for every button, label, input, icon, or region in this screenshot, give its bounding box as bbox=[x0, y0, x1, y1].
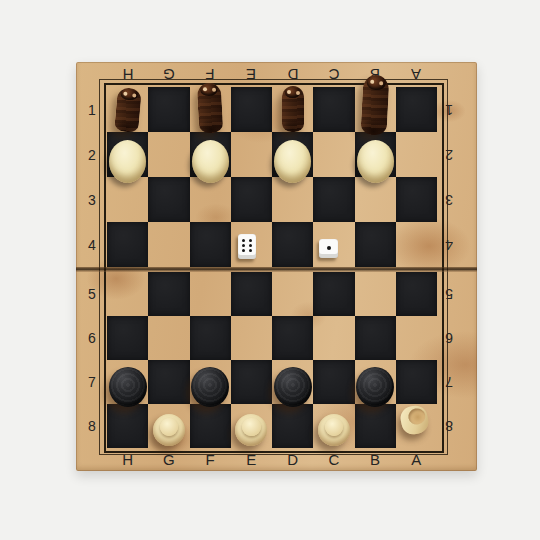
label-rank-left-2: 2 bbox=[82, 147, 102, 163]
square-f6[interactable] bbox=[190, 316, 231, 360]
square-d4[interactable] bbox=[272, 222, 313, 267]
label-rank-left-5: 5 bbox=[82, 286, 102, 302]
black-checker-h7[interactable] bbox=[109, 367, 147, 407]
label-file-bottom-h: H bbox=[118, 452, 138, 468]
die-pip bbox=[327, 246, 331, 250]
cream-wood-piece-g8[interactable] bbox=[153, 414, 185, 446]
label-rank-left-3: 3 bbox=[82, 192, 102, 208]
black-checker-f7[interactable] bbox=[191, 367, 229, 407]
label-file-top-a: A bbox=[406, 66, 426, 82]
label-file-top-c: C bbox=[324, 66, 344, 82]
die-pip bbox=[242, 244, 245, 247]
square-c7[interactable] bbox=[313, 360, 354, 404]
label-rank-right-4: 4 bbox=[439, 237, 459, 253]
square-a3[interactable] bbox=[396, 177, 437, 222]
label-rank-right-7: 7 bbox=[439, 374, 459, 390]
die-pip bbox=[242, 239, 245, 242]
cream-checker-f2[interactable] bbox=[192, 140, 229, 183]
dark-wood-piece-b1[interactable] bbox=[361, 74, 390, 135]
square-f8[interactable] bbox=[190, 404, 231, 448]
square-g2[interactable] bbox=[148, 132, 189, 177]
square-h3[interactable] bbox=[107, 177, 148, 222]
square-b8[interactable] bbox=[355, 404, 396, 448]
label-rank-right-2: 2 bbox=[439, 147, 459, 163]
square-g5[interactable] bbox=[148, 272, 189, 316]
square-e2[interactable] bbox=[231, 132, 272, 177]
square-a5[interactable] bbox=[396, 272, 437, 316]
square-c1[interactable] bbox=[313, 87, 354, 132]
game-board: HGFEDCBAHGFEDCBA1234567812345678 bbox=[76, 62, 477, 471]
label-rank-right-6: 6 bbox=[439, 330, 459, 346]
black-checker-b7[interactable] bbox=[356, 367, 394, 407]
square-b6[interactable] bbox=[355, 316, 396, 360]
label-file-top-e: E bbox=[241, 66, 261, 82]
label-file-bottom-e: E bbox=[241, 452, 261, 468]
square-c6[interactable] bbox=[313, 316, 354, 360]
label-rank-right-3: 3 bbox=[439, 192, 459, 208]
product-photo-scene: HGFEDCBAHGFEDCBA1234567812345678 bbox=[0, 0, 540, 540]
label-file-top-h: H bbox=[118, 66, 138, 82]
square-h5[interactable] bbox=[107, 272, 148, 316]
square-d5[interactable] bbox=[272, 272, 313, 316]
square-d3[interactable] bbox=[272, 177, 313, 222]
label-rank-right-8: 8 bbox=[439, 418, 459, 434]
label-file-bottom-c: C bbox=[324, 452, 344, 468]
square-g4[interactable] bbox=[148, 222, 189, 267]
cream-wood-piece-c8[interactable] bbox=[318, 414, 350, 446]
square-b5[interactable] bbox=[355, 272, 396, 316]
die-pip bbox=[249, 239, 252, 242]
label-file-top-f: F bbox=[200, 66, 220, 82]
square-a7[interactable] bbox=[396, 360, 437, 404]
square-g3[interactable] bbox=[148, 177, 189, 222]
square-g6[interactable] bbox=[148, 316, 189, 360]
cream-checker-d2[interactable] bbox=[274, 140, 311, 183]
square-a4[interactable] bbox=[396, 222, 437, 267]
square-c2[interactable] bbox=[313, 132, 354, 177]
label-file-bottom-f: F bbox=[200, 452, 220, 468]
square-a1[interactable] bbox=[396, 87, 437, 132]
square-d6[interactable] bbox=[272, 316, 313, 360]
square-a2[interactable] bbox=[396, 132, 437, 177]
square-e7[interactable] bbox=[231, 360, 272, 404]
black-checker-d7[interactable] bbox=[274, 367, 312, 407]
board-fold-seam bbox=[76, 267, 477, 272]
cream-checker-b2[interactable] bbox=[357, 140, 394, 183]
square-g7[interactable] bbox=[148, 360, 189, 404]
die-showing-1[interactable] bbox=[319, 239, 338, 258]
square-h6[interactable] bbox=[107, 316, 148, 360]
square-f3[interactable] bbox=[190, 177, 231, 222]
die-showing-6[interactable] bbox=[238, 234, 256, 259]
label-rank-left-8: 8 bbox=[82, 418, 102, 434]
square-a6[interactable] bbox=[396, 316, 437, 360]
die-pip bbox=[249, 249, 252, 252]
label-file-bottom-d: D bbox=[283, 452, 303, 468]
square-b3[interactable] bbox=[355, 177, 396, 222]
label-rank-right-1: 1 bbox=[439, 102, 459, 118]
dark-wood-piece-d1[interactable] bbox=[282, 86, 304, 132]
label-file-top-d: D bbox=[283, 66, 303, 82]
square-d8[interactable] bbox=[272, 404, 313, 448]
label-rank-left-7: 7 bbox=[82, 374, 102, 390]
cream-checker-h2[interactable] bbox=[109, 140, 146, 183]
label-rank-right-5: 5 bbox=[439, 286, 459, 302]
square-c3[interactable] bbox=[313, 177, 354, 222]
square-h4[interactable] bbox=[107, 222, 148, 267]
label-rank-left-6: 6 bbox=[82, 330, 102, 346]
square-h8[interactable] bbox=[107, 404, 148, 448]
die-pip bbox=[242, 249, 245, 252]
dark-wood-piece-h1[interactable] bbox=[114, 87, 142, 133]
label-file-bottom-g: G bbox=[159, 452, 179, 468]
square-g1[interactable] bbox=[148, 87, 189, 132]
square-f5[interactable] bbox=[190, 272, 231, 316]
square-c5[interactable] bbox=[313, 272, 354, 316]
dark-wood-piece-f1[interactable] bbox=[197, 82, 224, 133]
die-pip bbox=[249, 244, 252, 247]
label-rank-left-1: 1 bbox=[82, 102, 102, 118]
square-f4[interactable] bbox=[190, 222, 231, 267]
label-rank-left-4: 4 bbox=[82, 237, 102, 253]
square-e6[interactable] bbox=[231, 316, 272, 360]
square-e1[interactable] bbox=[231, 87, 272, 132]
label-file-bottom-b: B bbox=[365, 452, 385, 468]
label-file-top-g: G bbox=[159, 66, 179, 82]
square-e3[interactable] bbox=[231, 177, 272, 222]
square-b4[interactable] bbox=[355, 222, 396, 267]
square-e5[interactable] bbox=[231, 272, 272, 316]
label-file-bottom-a: A bbox=[406, 452, 426, 468]
